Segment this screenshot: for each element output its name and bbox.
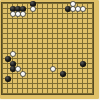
white-stone bbox=[20, 71, 26, 77]
black-stone bbox=[80, 61, 86, 67]
white-stone bbox=[30, 6, 36, 12]
black-stone bbox=[5, 76, 11, 82]
go-app-screen bbox=[0, 0, 100, 100]
black-stone bbox=[60, 71, 66, 77]
white-stone bbox=[50, 66, 56, 72]
white-stone bbox=[80, 6, 86, 12]
white-stone bbox=[20, 11, 26, 17]
white-stone bbox=[10, 51, 16, 57]
go-board[interactable] bbox=[0, 0, 99, 99]
